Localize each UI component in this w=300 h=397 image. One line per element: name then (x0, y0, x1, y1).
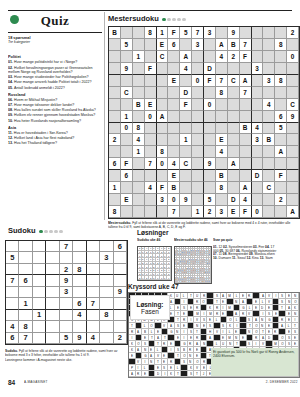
sudoku-cell[interactable] (73, 287, 86, 298)
mestersudoku-caption-text: Fyll ut feltene slik at de vannrette og … (108, 221, 290, 228)
sudoku-cell[interactable] (87, 264, 100, 275)
mestersudoku-cell[interactable] (192, 182, 204, 194)
sudoku-cell[interactable] (114, 275, 127, 286)
sudoku-cell[interactable] (46, 275, 59, 286)
mestersudoku-cell[interactable] (145, 75, 157, 87)
mestersudoku-cell[interactable] (168, 63, 180, 75)
mestersudoku-cell[interactable] (192, 123, 204, 135)
mestersudoku-cell[interactable] (216, 123, 228, 135)
sudoku-cell[interactable] (46, 333, 59, 344)
mestersudoku-cell[interactable] (204, 170, 216, 182)
mestersudoku-cell[interactable] (180, 75, 192, 87)
sudoku-cell[interactable] (33, 264, 46, 275)
mestersudoku-cell: E (228, 206, 240, 218)
crossword-prize-box: Et gavekort på 500 kr fra Norli går til … (211, 348, 298, 376)
mestersudoku-cell: E (216, 134, 228, 146)
mestersudoku-cell[interactable] (145, 51, 157, 63)
mestersudoku-cell[interactable] (263, 63, 275, 75)
mestersudoku-cell[interactable] (157, 170, 169, 182)
issue-date: 2. DESEMBER 2022 (230, 380, 298, 387)
mestersudoku-cell: E (121, 194, 133, 206)
mestersudoku-cell[interactable] (204, 182, 216, 194)
mestersudoku-cell: 8 (275, 75, 287, 87)
mestersudoku-cell: B (228, 39, 240, 51)
mestersudoku-cell[interactable] (287, 87, 299, 99)
mestersudoku-cell[interactable] (287, 146, 299, 158)
mestersudoku-cell: C (287, 99, 299, 111)
sudoku-cell[interactable] (100, 333, 113, 344)
sudoku-cell[interactable] (73, 241, 86, 252)
mestersudoku-cell: 7 (216, 75, 228, 87)
sudoku-cell[interactable] (114, 310, 127, 321)
sudoku-cell[interactable] (87, 252, 100, 263)
mestersudoku-title-label: Mestersudoku (108, 14, 159, 23)
mestersudoku-cell[interactable] (180, 182, 192, 194)
solutions-sudoku-label: Sudoku uke 46 (137, 238, 171, 244)
sudoku-cell: 2 (60, 264, 73, 275)
mestersudoku-cell[interactable] (228, 123, 240, 135)
sudoku-cell[interactable] (46, 321, 59, 332)
mestersudoku-cell[interactable] (157, 63, 169, 75)
mestersudoku-cell[interactable] (145, 87, 157, 99)
mestersudoku-cell[interactable] (109, 39, 121, 51)
mestersudoku-cell[interactable] (287, 75, 299, 87)
mestersudoku-cell: A (157, 111, 169, 123)
mestersudoku-cell: 3 (204, 27, 216, 39)
mestersudoku-cell: 7 (145, 158, 157, 170)
mestersudoku-cell: F (204, 75, 216, 87)
mestersudoku-cell[interactable] (252, 182, 264, 194)
sudoku-cell[interactable] (33, 275, 46, 286)
difficulty-dot (54, 230, 58, 234)
magazine-puzzle-page: Quiz 18 spørsmål Tre kategorier Politiet… (0, 0, 300, 397)
crossword-name-box: Løsning: Fasen (130, 295, 170, 320)
mestersudoku-cell[interactable] (275, 134, 287, 146)
sudoku-cell[interactable] (19, 310, 32, 321)
mestersudoku-cell[interactable] (145, 39, 157, 51)
mestersudoku-cell[interactable] (263, 111, 275, 123)
sudoku-grid[interactable]: 7653287693916714848675942 (5, 240, 128, 345)
mestersudoku-cell: 2 (287, 27, 299, 39)
mestersudoku-cell: 8 (275, 39, 287, 51)
quiz-question: 07. Hvor mange tidssoner dekker landet? (8, 102, 102, 106)
mestersudoku-cell[interactable] (121, 146, 133, 158)
mestersudoku-cell[interactable] (252, 99, 264, 111)
mestersudoku-cell[interactable] (216, 27, 228, 39)
mestersudoku-cell[interactable] (157, 206, 169, 218)
mestersudoku-cell[interactable] (240, 134, 252, 146)
mestersudoku-cell: C (180, 158, 192, 170)
mestersudoku-cell[interactable] (180, 123, 192, 135)
mestersudoku-cell[interactable] (228, 134, 240, 146)
mestersudoku-cell: 0 (168, 194, 180, 206)
quiz-question: 08. Hva kalles sundet som skiller Russla… (8, 108, 102, 112)
mestersudoku-cell: 1 (157, 27, 169, 39)
mestersudoku-cell[interactable] (109, 99, 121, 111)
mestersudoku-cell[interactable] (133, 158, 145, 170)
mestersudoku-cell[interactable] (240, 27, 252, 39)
sudoku-cell[interactable] (60, 298, 73, 309)
sudoku-cell[interactable] (46, 310, 59, 321)
mestersudoku-cell[interactable] (133, 75, 145, 87)
mestersudoku-cell[interactable] (192, 99, 204, 111)
sudoku-cell: 2 (114, 333, 127, 344)
mestersudoku-cell[interactable] (287, 182, 299, 194)
mestersudoku-cell: 2 (204, 206, 216, 218)
sudoku-cell: 1 (33, 310, 46, 321)
mestersudoku-cell[interactable] (263, 194, 275, 206)
mestersudoku-cell: F (168, 27, 180, 39)
mestersudoku-cell[interactable] (109, 170, 121, 182)
sudoku-cell: 7 (19, 333, 32, 344)
mestersudoku-cell: B (168, 182, 180, 194)
mestersudoku-cell[interactable] (275, 182, 287, 194)
mestersudoku-cell[interactable] (180, 170, 192, 182)
mestersudoku-cell[interactable] (145, 170, 157, 182)
mestersudoku-cell: 4 (180, 63, 192, 75)
sudoku-cell: 7 (6, 275, 19, 286)
mestersudoku-cell: 3 (157, 194, 169, 206)
mestersudoku-cell: A (287, 206, 299, 218)
mestersudoku-cell[interactable] (275, 206, 287, 218)
sudoku-cell[interactable] (73, 321, 86, 332)
mestersudoku-cell[interactable] (157, 123, 169, 135)
sudoku-title: Sudoku (8, 226, 63, 235)
mestersudoku-cell: 5 (121, 39, 133, 51)
quiz-question-list: Politiet01. Hvor mange politidistrikt ha… (8, 50, 102, 222)
mestersudoku-cell[interactable] (192, 158, 204, 170)
sudoku-cell[interactable] (100, 264, 113, 275)
sudoku-cell: 3 (100, 252, 113, 263)
sudoku-cell[interactable] (73, 275, 86, 286)
mestersudoku-cell[interactable] (192, 146, 204, 158)
sudoku-cell[interactable] (33, 298, 46, 309)
mestersudoku-cell: 3 (263, 75, 275, 87)
sudoku-cell[interactable] (100, 241, 113, 252)
sudoku-cell[interactable] (87, 321, 100, 332)
sudoku-cell[interactable] (60, 310, 73, 321)
mestersudoku-cell[interactable] (109, 87, 121, 99)
mestersudoku-cell[interactable] (133, 111, 145, 123)
mestersudoku-cell[interactable] (252, 75, 264, 87)
mestersudoku-cell[interactable] (204, 146, 216, 158)
mestersudoku-cell[interactable] (121, 51, 133, 63)
sudoku-cell[interactable] (6, 287, 19, 298)
mestersudoku-cell: 8 (133, 123, 145, 135)
mestersudoku-cell[interactable] (228, 63, 240, 75)
mestersudoku-cell[interactable] (180, 206, 192, 218)
mestersudoku-cell[interactable] (204, 51, 216, 63)
sudoku-cell[interactable] (19, 241, 32, 252)
mestersudoku-cell[interactable] (121, 182, 133, 194)
sudoku-cell[interactable] (100, 275, 113, 286)
mestersudoku-cell[interactable] (252, 111, 264, 123)
sudoku-cell: 4 (73, 310, 86, 321)
mestersudoku-cell: D (180, 87, 192, 99)
mestersudoku-cell[interactable] (216, 158, 228, 170)
sudoku-cell: 5 (60, 333, 73, 344)
mestersudoku-cell[interactable] (121, 75, 133, 87)
mestersudoku-cell[interactable] (192, 63, 204, 75)
mestersudoku-grid[interactable]: B81F573925E63AB781CA42F09F4D3E0F7CA38CD8… (108, 26, 300, 219)
sudoku-cell[interactable] (114, 252, 127, 263)
quiz-question: 03. Hvor mange studiesteder har Politihø… (8, 75, 102, 79)
mestersudoku-cell[interactable] (252, 146, 264, 158)
mestersudoku-cell[interactable] (228, 146, 240, 158)
mestersudoku-cell[interactable] (145, 123, 157, 135)
mestersudoku-cell: 3 (216, 206, 228, 218)
mestersudoku-cell[interactable] (204, 87, 216, 99)
sudoku-cell[interactable] (46, 298, 59, 309)
sudoku-cell[interactable] (46, 241, 59, 252)
mestersudoku-cell[interactable] (133, 27, 145, 39)
mestersudoku-cell[interactable] (192, 194, 204, 206)
mestersudoku-cell: 8 (216, 87, 228, 99)
mestersudoku-cell[interactable] (216, 99, 228, 111)
mestersudoku-cell[interactable] (252, 39, 264, 51)
mestersudoku-cell[interactable] (121, 27, 133, 39)
mestersudoku-cell[interactable] (109, 63, 121, 75)
mestersudoku-cell[interactable] (240, 111, 252, 123)
sudoku-cell: 7 (87, 298, 100, 309)
mestersudoku-cell: B (240, 123, 252, 135)
mestersudoku-cell[interactable] (252, 194, 264, 206)
mestersudoku-cell[interactable] (157, 87, 169, 99)
mestersudoku-cell[interactable] (204, 123, 216, 135)
mestersudoku-cell: A (275, 146, 287, 158)
sudoku-caption-lead: Sudoku. (5, 349, 18, 352)
mestersudoku-cell[interactable] (204, 39, 216, 51)
mestersudoku-cell[interactable] (228, 182, 240, 194)
mestersudoku-cell[interactable] (192, 134, 204, 146)
mestersudoku-cell[interactable] (145, 206, 157, 218)
mestersudoku-cell[interactable] (145, 194, 157, 206)
mestersudoku-cell[interactable] (216, 111, 228, 123)
mestersudoku-cell[interactable] (252, 51, 264, 63)
mestersudoku-cell[interactable] (275, 27, 287, 39)
sudoku-cell[interactable] (6, 310, 19, 321)
mestersudoku-cell[interactable] (287, 39, 299, 51)
mestersudoku-cell: 4 (168, 158, 180, 170)
mestersudoku-cell[interactable] (133, 63, 145, 75)
sudoku-cell[interactable] (33, 321, 46, 332)
mestersudoku-cell[interactable] (228, 87, 240, 99)
mestersudoku-cell[interactable] (263, 206, 275, 218)
mestersudoku-cell[interactable] (204, 111, 216, 123)
sudoku-cell[interactable] (87, 310, 100, 321)
mestersudoku-cell[interactable] (109, 111, 121, 123)
mestersudoku-cell[interactable] (180, 39, 192, 51)
mestersudoku-cell[interactable] (168, 87, 180, 99)
sudoku-cell: 8 (73, 264, 86, 275)
mestersudoku-cell[interactable] (109, 123, 121, 135)
sudoku-cell[interactable] (114, 321, 127, 332)
difficulty-dot (167, 18, 171, 22)
sudoku-cell[interactable] (60, 321, 73, 332)
mestersudoku-cell: B (109, 27, 121, 39)
mestersudoku-cell[interactable] (121, 134, 133, 146)
mestersudoku-cell: 2 (275, 194, 287, 206)
mestersudoku-cell[interactable] (216, 63, 228, 75)
mestersudoku-cell[interactable] (216, 194, 228, 206)
mestersudoku-cell[interactable] (180, 111, 192, 123)
mestersudoku-cell[interactable] (168, 134, 180, 146)
difficulty-dot (182, 18, 186, 22)
mestersudoku-cell[interactable] (240, 170, 252, 182)
mestersudoku-cell[interactable] (228, 170, 240, 182)
mestersudoku-cell[interactable] (109, 75, 121, 87)
mestersudoku-cell: A (240, 182, 252, 194)
mestersudoku-cell[interactable] (263, 123, 275, 135)
mestersudoku-cell: D (252, 170, 264, 182)
mestersudoku-cell[interactable] (263, 27, 275, 39)
quiz-question: 06. Hvem er Mikhail Misjustin? (8, 97, 102, 101)
sudoku-cell[interactable] (19, 287, 32, 298)
sudoku-cell[interactable] (46, 287, 59, 298)
mestersudoku-cell: 5 (204, 194, 216, 206)
mestersudoku-cell[interactable] (263, 158, 275, 170)
mestersudoku-cell[interactable] (252, 27, 264, 39)
mestersudoku-cell[interactable] (275, 87, 287, 99)
mestersudoku-cell[interactable] (157, 75, 169, 87)
sudoku-cell[interactable] (100, 287, 113, 298)
mestersudoku-cell: A (228, 158, 240, 170)
mestersudoku-cell[interactable] (168, 111, 180, 123)
mestersudoku-cell[interactable] (263, 170, 275, 182)
sudoku-cell[interactable] (33, 333, 46, 344)
mestersudoku-cell[interactable] (240, 146, 252, 158)
mestersudoku-cell[interactable] (240, 63, 252, 75)
mestersudoku-cell[interactable] (192, 111, 204, 123)
sudoku-cell[interactable] (114, 264, 127, 275)
quiz-categories-note: Tre kategorier (8, 40, 102, 44)
mestersudoku-cell[interactable] (287, 63, 299, 75)
mestersudoku-cell[interactable] (168, 99, 180, 111)
sudoku-cell[interactable] (6, 241, 19, 252)
mestersudoku-cell[interactable] (133, 206, 145, 218)
mestersudoku-cell: 1 (192, 206, 204, 218)
sudoku-cell[interactable] (46, 264, 59, 275)
solution-sudoku-cell: 9 (167, 276, 171, 280)
mestersudoku-cell[interactable] (109, 146, 121, 158)
mestersudoku-cell[interactable] (145, 134, 157, 146)
sudoku-cell[interactable] (19, 264, 32, 275)
sudoku-cell[interactable] (60, 252, 73, 263)
mestersudoku-cell[interactable] (168, 146, 180, 158)
mestersudoku-cell: 0 (252, 206, 264, 218)
mestersudoku-cell[interactable] (192, 87, 204, 99)
mestersudoku-cell[interactable] (157, 134, 169, 146)
mestersudoku-cell[interactable] (133, 87, 145, 99)
difficulty-dot (39, 230, 43, 234)
mestersudoku-cell[interactable] (263, 39, 275, 51)
sudoku-difficulty-dots (38, 226, 63, 235)
mestersudoku-cell[interactable] (240, 99, 252, 111)
mestersudoku-cell: 1 (133, 51, 145, 63)
mestersudoku-cell[interactable] (263, 51, 275, 63)
mestersudoku-cell[interactable] (287, 170, 299, 182)
mestersudoku-cell[interactable] (287, 123, 299, 135)
sudoku-cell: 1 (19, 298, 32, 309)
mestersudoku-cell: 4 (216, 146, 228, 158)
mestersudoku-cell[interactable] (133, 182, 145, 194)
mestersudoku-cell[interactable] (121, 99, 133, 111)
mestersudoku-cell[interactable] (275, 51, 287, 63)
mestersudoku-cell[interactable] (228, 111, 240, 123)
sudoku-cell[interactable] (19, 252, 32, 263)
mestersudoku-cell[interactable] (133, 170, 145, 182)
sudoku-cell[interactable] (87, 241, 100, 252)
mestersudoku-cell[interactable] (275, 158, 287, 170)
mestersudoku-cell[interactable] (204, 134, 216, 146)
sudoku-cell[interactable] (33, 241, 46, 252)
mestersudoku-cell[interactable] (263, 87, 275, 99)
mestersudoku-cell[interactable] (287, 158, 299, 170)
sudoku-cell[interactable] (87, 275, 100, 286)
mestersudoku-cell[interactable] (180, 146, 192, 158)
mestersudoku-cell[interactable] (192, 170, 204, 182)
mestersudoku-cell: C (157, 51, 169, 63)
mestersudoku-cell[interactable] (287, 134, 299, 146)
mestersudoku-cell: 4 (252, 123, 264, 135)
mestersudoku-cell: 9 (204, 158, 216, 170)
mestersudoku-cell: F (157, 182, 169, 194)
mestersudoku-cell[interactable] (133, 194, 145, 206)
mestersudoku-cell[interactable] (109, 194, 121, 206)
mestersudoku-difficulty-dots (161, 14, 186, 23)
sudoku-cell[interactable] (6, 298, 19, 309)
mestersudoku-cell[interactable] (275, 63, 287, 75)
difficulty-dot (172, 18, 176, 22)
mestersudoku-cell: E (145, 99, 157, 111)
mestersudoku-cell: 8 (109, 206, 121, 218)
mestersudoku-cell[interactable] (192, 51, 204, 63)
mestersudoku-cell[interactable] (109, 51, 121, 63)
mestersudoku-cell[interactable] (121, 206, 133, 218)
mestersudoku-cell: 1 (133, 146, 145, 158)
mestersudoku-cell[interactable] (157, 99, 169, 111)
mestersudoku-cell: 5 (275, 123, 287, 135)
sudoku-cell[interactable] (100, 298, 113, 309)
sudoku-cell[interactable] (114, 298, 127, 309)
mestersudoku-caption-lead: Mestersudoku. (108, 221, 131, 224)
sudoku-cell[interactable] (33, 252, 46, 263)
mestersudoku-cell[interactable] (287, 194, 299, 206)
mestersudoku-cell: F (240, 206, 252, 218)
mestersudoku-cell[interactable] (168, 51, 180, 63)
mestersudoku-cell[interactable] (252, 87, 264, 99)
sudoku-cell: 6 (73, 298, 86, 309)
mestersudoku-cell[interactable] (168, 123, 180, 135)
sudoku-cell[interactable] (46, 252, 59, 263)
sudoku-cell[interactable] (33, 287, 46, 298)
mestersudoku-cell: 9 (228, 27, 240, 39)
mestersudoku-cell: 8 (157, 146, 169, 158)
mestersudoku-cell[interactable] (252, 158, 264, 170)
sudoku-cell[interactable] (73, 252, 86, 263)
mestersudoku-cell[interactable] (228, 99, 240, 111)
mestersudoku-cell[interactable] (133, 39, 145, 51)
sudoku-cell[interactable] (6, 264, 19, 275)
mestersudoku-cell[interactable] (240, 158, 252, 170)
sudoku-cell[interactable] (87, 287, 100, 298)
sudoku-cell: 9 (73, 333, 86, 344)
mestersudoku-cell[interactable] (275, 99, 287, 111)
solution-mestersudoku-mini-grid: 0123456789ABCDEF456789ABCDEF012389ABCDEF… (174, 246, 212, 284)
mestersudoku-cell[interactable] (263, 146, 275, 158)
mestersudoku-cell[interactable] (145, 146, 157, 158)
sudoku-cell[interactable] (100, 321, 113, 332)
